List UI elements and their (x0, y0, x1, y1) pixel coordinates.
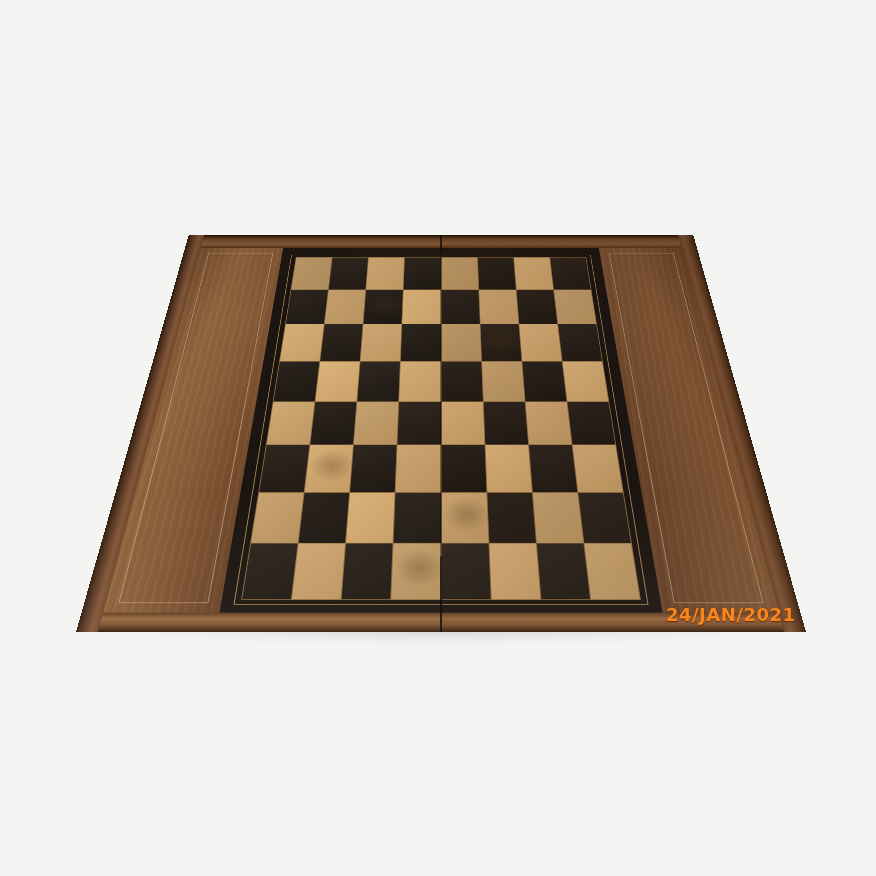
square-e2[interactable] (441, 492, 488, 543)
square-g5[interactable] (522, 362, 566, 402)
square-c7[interactable] (364, 290, 403, 324)
square-f5[interactable] (482, 362, 525, 402)
square-d8[interactable] (404, 258, 441, 290)
square-e3[interactable] (441, 445, 486, 492)
square-e6[interactable] (441, 324, 481, 361)
square-h7[interactable] (554, 290, 596, 324)
square-g8[interactable] (514, 258, 553, 290)
square-f3[interactable] (485, 445, 532, 492)
fold-seam-line (440, 235, 442, 632)
square-b2[interactable] (299, 492, 350, 543)
square-f7[interactable] (479, 290, 518, 324)
square-f8[interactable] (478, 258, 516, 290)
square-g1[interactable] (537, 544, 590, 599)
square-g3[interactable] (529, 445, 577, 492)
square-c8[interactable] (366, 258, 404, 290)
square-c2[interactable] (346, 492, 395, 543)
square-b7[interactable] (325, 290, 366, 324)
square-a4[interactable] (267, 402, 315, 445)
square-d5[interactable] (399, 362, 440, 402)
square-b5[interactable] (316, 362, 360, 402)
square-h8[interactable] (550, 258, 591, 290)
square-b1[interactable] (292, 544, 345, 599)
square-g7[interactable] (516, 290, 557, 324)
square-h4[interactable] (567, 402, 615, 445)
square-c4[interactable] (354, 402, 399, 445)
square-d3[interactable] (396, 445, 441, 492)
square-e7[interactable] (441, 290, 479, 324)
square-d2[interactable] (394, 492, 441, 543)
square-b4[interactable] (310, 402, 356, 445)
square-f4[interactable] (483, 402, 528, 445)
square-e1[interactable] (441, 544, 490, 599)
square-g2[interactable] (533, 492, 584, 543)
square-h1[interactable] (584, 544, 639, 599)
square-d7[interactable] (403, 290, 441, 324)
folding-game-board (76, 235, 806, 632)
square-e8[interactable] (441, 258, 478, 290)
square-g4[interactable] (525, 402, 571, 445)
square-a5[interactable] (274, 362, 320, 402)
square-h2[interactable] (578, 492, 631, 543)
square-b6[interactable] (320, 324, 362, 361)
square-e4[interactable] (441, 402, 484, 445)
square-c5[interactable] (358, 362, 401, 402)
square-c6[interactable] (361, 324, 402, 361)
square-f2[interactable] (487, 492, 536, 543)
square-d6[interactable] (401, 324, 441, 361)
square-a2[interactable] (251, 492, 304, 543)
square-a1[interactable] (242, 544, 297, 599)
square-f1[interactable] (489, 544, 540, 599)
square-a8[interactable] (291, 258, 332, 290)
square-b3[interactable] (305, 445, 353, 492)
square-d4[interactable] (398, 402, 441, 445)
camera-date-stamp: 24/JAN/2021 (666, 604, 796, 625)
square-e5[interactable] (441, 362, 482, 402)
square-h5[interactable] (562, 362, 608, 402)
square-d1[interactable] (392, 544, 441, 599)
square-b8[interactable] (329, 258, 368, 290)
board-photo: 24/JAN/2021 (0, 0, 876, 876)
square-f6[interactable] (480, 324, 521, 361)
square-a7[interactable] (286, 290, 328, 324)
square-c3[interactable] (350, 445, 397, 492)
square-a3[interactable] (259, 445, 309, 492)
square-h6[interactable] (558, 324, 602, 361)
square-g6[interactable] (519, 324, 561, 361)
square-a6[interactable] (280, 324, 324, 361)
square-c1[interactable] (342, 544, 393, 599)
square-h3[interactable] (573, 445, 623, 492)
